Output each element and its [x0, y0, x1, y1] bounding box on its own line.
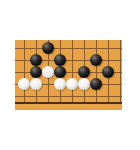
white-stone[interactable] — [78, 78, 90, 90]
grid-line — [15, 96, 122, 97]
white-stone[interactable] — [30, 78, 42, 90]
white-stone[interactable] — [66, 78, 78, 90]
board-edge-line — [15, 102, 122, 104]
black-stone[interactable] — [30, 54, 42, 66]
go-board[interactable] — [15, 40, 122, 110]
white-stone[interactable] — [18, 78, 30, 90]
page-background — [0, 0, 140, 150]
grid-line — [15, 48, 122, 49]
black-stone[interactable] — [90, 54, 102, 66]
black-stone[interactable] — [30, 66, 42, 78]
white-stone[interactable] — [42, 66, 54, 78]
black-stone[interactable] — [102, 66, 114, 78]
black-stone[interactable] — [54, 66, 66, 78]
black-stone[interactable] — [78, 66, 90, 78]
white-stone[interactable] — [54, 78, 66, 90]
black-stone[interactable] — [42, 42, 54, 54]
black-stone[interactable] — [90, 78, 102, 90]
black-stone[interactable] — [54, 54, 66, 66]
